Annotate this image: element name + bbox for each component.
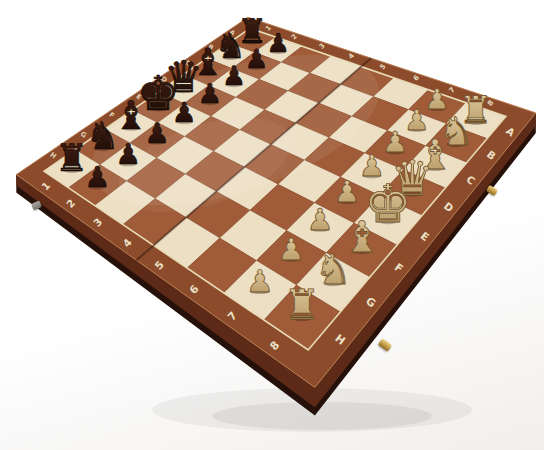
chess-board: 1A1A2B2B3C3C4D4D5E5E6F6F7G7G8H8H♜♟♞♟♝♟♛♟… bbox=[0, 0, 544, 450]
piece-light-pawn-f7: ♟ bbox=[307, 202, 334, 237]
chess-set-photo: 1A1A2B2B3C3C4D4D5E5E6F6F7G7G8H8H♜♟♞♟♝♟♛♟… bbox=[0, 0, 544, 450]
piece-dark-pawn-d2: ♟ bbox=[198, 78, 222, 109]
piece-light-rook-h8: ♜ bbox=[283, 280, 320, 329]
piece-light-pawn-e7: ♟ bbox=[334, 175, 361, 209]
piece-light-pawn-g7: ♟ bbox=[278, 232, 305, 267]
piece-dark-pawn-a2: ♟ bbox=[267, 28, 290, 58]
piece-dark-pawn-c2: ♟ bbox=[222, 60, 246, 91]
piece-dark-pawn-b2: ♟ bbox=[245, 44, 269, 74]
piece-dark-pawn-f2: ♟ bbox=[145, 117, 170, 150]
piece-dark-pawn-e2: ♟ bbox=[172, 96, 197, 129]
piece-dark-knight-g1: ♞ bbox=[85, 114, 119, 158]
piece-light-pawn-h7: ♟ bbox=[246, 263, 274, 299]
piece-dark-pawn-g2: ♟ bbox=[115, 138, 140, 171]
piece-dark-pawn-h2: ♟ bbox=[84, 160, 110, 194]
